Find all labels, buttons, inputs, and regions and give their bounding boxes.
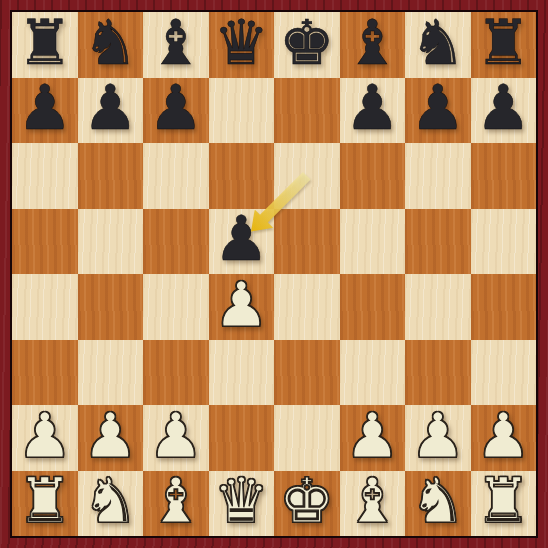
square-f8[interactable]: ♝ [340,12,406,78]
square-f5[interactable] [340,209,406,275]
piece-black-bishop[interactable]: ♝ [344,12,400,74]
piece-black-bishop[interactable]: ♝ [148,12,204,74]
piece-black-pawn[interactable]: ♟ [213,209,269,271]
square-a8[interactable]: ♜ [12,12,78,78]
square-d2[interactable] [209,405,275,471]
square-g4[interactable] [405,274,471,340]
square-g6[interactable] [405,143,471,209]
square-d5[interactable]: ♟ [209,209,275,275]
square-h3[interactable] [471,340,537,406]
square-b8[interactable]: ♞ [78,12,144,78]
square-c8[interactable]: ♝ [143,12,209,78]
square-h1[interactable]: ♜ [471,471,537,537]
piece-black-rook[interactable]: ♜ [475,12,531,74]
square-e5[interactable] [274,209,340,275]
piece-white-bishop[interactable]: ♝ [148,471,204,533]
square-a4[interactable] [12,274,78,340]
piece-black-pawn[interactable]: ♟ [82,78,138,140]
piece-white-pawn[interactable]: ♟ [17,405,73,467]
square-f7[interactable]: ♟ [340,78,406,144]
piece-white-pawn[interactable]: ♟ [410,405,466,467]
square-c5[interactable] [143,209,209,275]
square-e1[interactable]: ♚ [274,471,340,537]
square-c4[interactable] [143,274,209,340]
piece-black-king[interactable]: ♚ [279,12,335,74]
piece-black-pawn[interactable]: ♟ [344,78,400,140]
square-h8[interactable]: ♜ [471,12,537,78]
square-e4[interactable] [274,274,340,340]
square-d7[interactable] [209,78,275,144]
square-h4[interactable] [471,274,537,340]
square-g5[interactable] [405,209,471,275]
piece-black-pawn[interactable]: ♟ [475,78,531,140]
square-b5[interactable] [78,209,144,275]
piece-white-king[interactable]: ♚ [279,471,335,533]
piece-white-pawn[interactable]: ♟ [148,405,204,467]
piece-white-queen[interactable]: ♛ [213,471,269,533]
square-e2[interactable] [274,405,340,471]
square-e6[interactable] [274,143,340,209]
piece-black-pawn[interactable]: ♟ [410,78,466,140]
square-f3[interactable] [340,340,406,406]
square-f6[interactable] [340,143,406,209]
square-e3[interactable] [274,340,340,406]
square-c2[interactable]: ♟ [143,405,209,471]
square-a5[interactable] [12,209,78,275]
square-a1[interactable]: ♜ [12,471,78,537]
square-h7[interactable]: ♟ [471,78,537,144]
square-d4[interactable]: ♟ [209,274,275,340]
square-c7[interactable]: ♟ [143,78,209,144]
square-c3[interactable] [143,340,209,406]
square-a6[interactable] [12,143,78,209]
square-c1[interactable]: ♝ [143,471,209,537]
chess-board: ♜♞♝♛♚♝♞♜♟♟♟♟♟♟♟♟♟♟♟♟♟♟♜♞♝♛♚♝♞♜ [10,10,538,538]
square-b2[interactable]: ♟ [78,405,144,471]
piece-white-bishop[interactable]: ♝ [344,471,400,533]
piece-white-pawn[interactable]: ♟ [344,405,400,467]
square-h5[interactable] [471,209,537,275]
square-g2[interactable]: ♟ [405,405,471,471]
piece-white-knight[interactable]: ♞ [410,471,466,533]
piece-black-pawn[interactable]: ♟ [17,78,73,140]
square-b3[interactable] [78,340,144,406]
piece-white-pawn[interactable]: ♟ [82,405,138,467]
piece-white-pawn[interactable]: ♟ [475,405,531,467]
piece-black-rook[interactable]: ♜ [17,12,73,74]
square-b7[interactable]: ♟ [78,78,144,144]
square-c6[interactable] [143,143,209,209]
square-g8[interactable]: ♞ [405,12,471,78]
square-e7[interactable] [274,78,340,144]
square-h2[interactable]: ♟ [471,405,537,471]
square-a7[interactable]: ♟ [12,78,78,144]
piece-black-knight[interactable]: ♞ [82,12,138,74]
square-a3[interactable] [12,340,78,406]
square-b1[interactable]: ♞ [78,471,144,537]
piece-white-rook[interactable]: ♜ [475,471,531,533]
piece-white-rook[interactable]: ♜ [17,471,73,533]
square-g3[interactable] [405,340,471,406]
square-d1[interactable]: ♛ [209,471,275,537]
board-frame: ♜♞♝♛♚♝♞♜♟♟♟♟♟♟♟♟♟♟♟♟♟♟♜♞♝♛♚♝♞♜ [0,0,548,548]
square-h6[interactable] [471,143,537,209]
square-b4[interactable] [78,274,144,340]
piece-black-pawn[interactable]: ♟ [148,78,204,140]
piece-black-knight[interactable]: ♞ [410,12,466,74]
square-g1[interactable]: ♞ [405,471,471,537]
square-d6[interactable] [209,143,275,209]
square-d3[interactable] [209,340,275,406]
square-f4[interactable] [340,274,406,340]
square-e8[interactable]: ♚ [274,12,340,78]
piece-black-queen[interactable]: ♛ [213,12,269,74]
square-g7[interactable]: ♟ [405,78,471,144]
square-d8[interactable]: ♛ [209,12,275,78]
square-b6[interactable] [78,143,144,209]
square-f2[interactable]: ♟ [340,405,406,471]
square-f1[interactable]: ♝ [340,471,406,537]
piece-white-knight[interactable]: ♞ [82,471,138,533]
square-a2[interactable]: ♟ [12,405,78,471]
piece-white-pawn[interactable]: ♟ [213,274,269,336]
